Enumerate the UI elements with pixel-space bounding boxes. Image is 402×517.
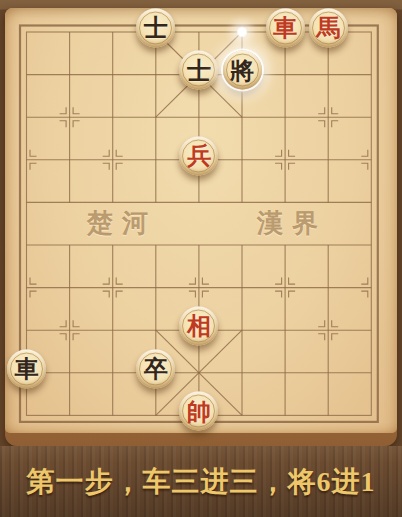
red-soldier-glyph: 兵: [187, 144, 211, 168]
black-chariot-glyph: 車: [15, 357, 39, 381]
piece-red-soldier[interactable]: 兵: [179, 136, 218, 175]
piece-red-horse[interactable]: 馬: [309, 8, 348, 47]
xiangqi-board[interactable]: 楚河 漢界 士車馬士將兵相車卒帥: [5, 8, 397, 433]
board-frame: 楚河 漢界 士車馬士將兵相車卒帥: [5, 8, 397, 446]
last-move-origin-marker: [236, 26, 248, 38]
xiangqi-app: 楚河 漢界 士車馬士將兵相車卒帥 第一步，车三进三，将6进1: [0, 0, 402, 517]
red-chariot-glyph: 車: [273, 16, 297, 40]
red-elephant-glyph: 相: [187, 314, 211, 338]
piece-red-general[interactable]: 帥: [179, 392, 218, 431]
pieces-layer: 士車馬士將兵相車卒帥: [5, 11, 393, 437]
move-caption: 第一步，车三进三，将6进1: [27, 463, 376, 501]
red-horse-glyph: 馬: [316, 16, 340, 40]
black-soldier-glyph: 卒: [144, 357, 168, 381]
piece-red-elephant[interactable]: 相: [179, 306, 218, 345]
black-advisor-glyph: 士: [187, 58, 211, 82]
black-general-glyph: 將: [230, 58, 254, 82]
piece-black-soldier[interactable]: 卒: [136, 349, 175, 388]
piece-black-advisor[interactable]: 士: [136, 8, 175, 47]
piece-black-chariot[interactable]: 車: [7, 349, 46, 388]
piece-black-general[interactable]: 將: [223, 51, 262, 90]
piece-black-advisor[interactable]: 士: [179, 51, 218, 90]
move-caption-bar: 第一步，车三进三，将6进1: [0, 446, 402, 517]
piece-red-chariot[interactable]: 車: [266, 8, 305, 47]
red-general-glyph: 帥: [187, 399, 211, 423]
black-advisor-glyph: 士: [144, 16, 168, 40]
